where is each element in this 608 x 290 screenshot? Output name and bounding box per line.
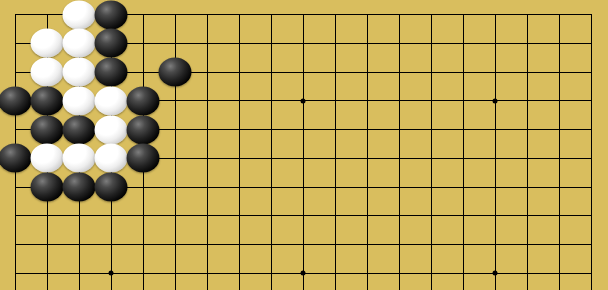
black-stone [31, 173, 64, 202]
black-stone [95, 0, 128, 29]
star-point [109, 271, 114, 276]
black-stone [0, 86, 32, 115]
grid-line-vertical [367, 15, 368, 290]
white-stone [63, 86, 96, 115]
grid-line-vertical [559, 15, 560, 290]
star-point [493, 271, 498, 276]
white-stone [63, 29, 96, 58]
grid-line-vertical [591, 15, 592, 290]
black-stone [31, 86, 64, 115]
grid-line-vertical [335, 15, 336, 290]
white-stone [31, 144, 64, 173]
grid-line-vertical [399, 15, 400, 290]
black-stone [127, 144, 160, 173]
grid-line-vertical [175, 15, 176, 290]
black-stone [95, 29, 128, 58]
white-stone [95, 144, 128, 173]
black-stone [127, 86, 160, 115]
grid-line-vertical [303, 15, 304, 290]
grid-line-vertical [239, 15, 240, 290]
grid-line-vertical [207, 15, 208, 290]
grid-line-vertical [527, 15, 528, 290]
black-stone [63, 173, 96, 202]
white-stone [63, 144, 96, 173]
white-stone [95, 115, 128, 144]
white-stone [63, 58, 96, 87]
star-point [301, 271, 306, 276]
white-stone [95, 86, 128, 115]
white-stone [63, 0, 96, 29]
grid-line-vertical [271, 15, 272, 290]
black-stone [95, 58, 128, 87]
grid-line-horizontal [15, 215, 592, 216]
star-point [493, 98, 498, 103]
black-stone [31, 115, 64, 144]
black-stone [127, 115, 160, 144]
black-stone [95, 173, 128, 202]
black-stone [159, 58, 192, 87]
grid-line-vertical [463, 15, 464, 290]
white-stone [31, 58, 64, 87]
grid-line-vertical [431, 15, 432, 290]
white-stone [31, 29, 64, 58]
star-point [301, 98, 306, 103]
black-stone [0, 144, 32, 173]
grid-line-horizontal [15, 244, 592, 245]
go-board[interactable] [0, 0, 608, 290]
black-stone [63, 115, 96, 144]
grid-line-vertical [495, 15, 496, 290]
